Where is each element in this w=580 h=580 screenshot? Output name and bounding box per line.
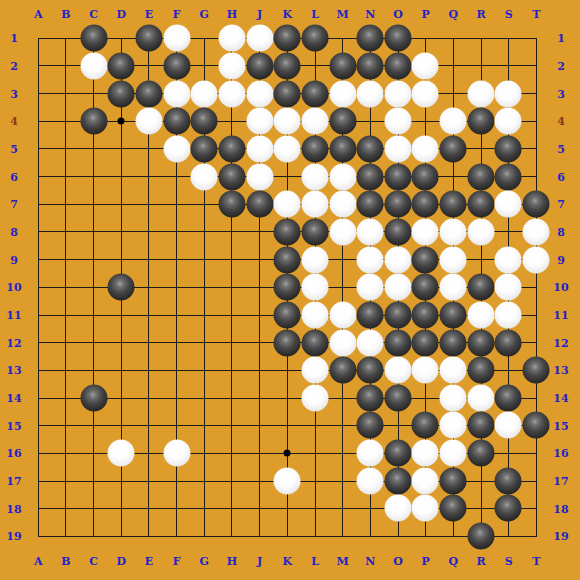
intersection-J13[interactable]	[246, 356, 274, 384]
intersection-Q8[interactable]	[439, 218, 467, 246]
intersection-H8[interactable]	[218, 218, 246, 246]
intersection-H9[interactable]	[218, 246, 246, 274]
intersection-H7[interactable]	[218, 190, 246, 218]
intersection-S12[interactable]	[495, 329, 523, 357]
intersection-O8[interactable]	[384, 218, 412, 246]
intersection-G16[interactable]	[190, 439, 218, 467]
intersection-P9[interactable]	[412, 246, 440, 274]
intersection-S13[interactable]	[495, 356, 523, 384]
intersection-N7[interactable]	[356, 190, 384, 218]
intersection-P13[interactable]	[412, 356, 440, 384]
intersection-B4[interactable]	[52, 107, 80, 135]
intersection-A9[interactable]	[24, 246, 52, 274]
intersection-B5[interactable]	[52, 135, 80, 163]
intersection-M10[interactable]	[329, 273, 357, 301]
intersection-G7[interactable]	[190, 190, 218, 218]
intersection-P2[interactable]	[412, 52, 440, 80]
intersection-R7[interactable]	[467, 190, 495, 218]
intersection-S6[interactable]	[495, 163, 523, 191]
intersection-R9[interactable]	[467, 246, 495, 274]
intersection-B2[interactable]	[52, 52, 80, 80]
intersection-C13[interactable]	[80, 356, 108, 384]
intersection-N8[interactable]	[356, 218, 384, 246]
intersection-C18[interactable]	[80, 495, 108, 523]
intersection-Q12[interactable]	[439, 329, 467, 357]
intersection-L7[interactable]	[301, 190, 329, 218]
intersection-K15[interactable]	[273, 412, 301, 440]
intersection-H3[interactable]	[218, 80, 246, 108]
intersection-M11[interactable]	[329, 301, 357, 329]
intersection-H6[interactable]	[218, 163, 246, 191]
intersection-A8[interactable]	[24, 218, 52, 246]
intersection-L9[interactable]	[301, 246, 329, 274]
intersection-K10[interactable]	[273, 273, 301, 301]
intersection-M3[interactable]	[329, 80, 357, 108]
intersection-E10[interactable]	[135, 273, 163, 301]
intersection-M19[interactable]	[329, 522, 357, 550]
intersection-J10[interactable]	[246, 273, 274, 301]
intersection-C1[interactable]	[80, 24, 108, 52]
intersection-C3[interactable]	[80, 80, 108, 108]
intersection-C4[interactable]	[80, 107, 108, 135]
intersection-A14[interactable]	[24, 384, 52, 412]
intersection-E8[interactable]	[135, 218, 163, 246]
intersection-E19[interactable]	[135, 522, 163, 550]
intersection-H4[interactable]	[218, 107, 246, 135]
intersection-R8[interactable]	[467, 218, 495, 246]
intersection-P7[interactable]	[412, 190, 440, 218]
intersection-T1[interactable]	[522, 24, 550, 52]
intersection-E3[interactable]	[135, 80, 163, 108]
intersection-H16[interactable]	[218, 439, 246, 467]
intersection-D19[interactable]	[107, 522, 135, 550]
intersection-Q4[interactable]	[439, 107, 467, 135]
intersection-T5[interactable]	[522, 135, 550, 163]
intersection-T9[interactable]	[522, 246, 550, 274]
intersection-A6[interactable]	[24, 163, 52, 191]
intersection-L19[interactable]	[301, 522, 329, 550]
intersection-N1[interactable]	[356, 24, 384, 52]
intersection-K9[interactable]	[273, 246, 301, 274]
intersection-E9[interactable]	[135, 246, 163, 274]
intersection-K17[interactable]	[273, 467, 301, 495]
intersection-E14[interactable]	[135, 384, 163, 412]
intersection-N4[interactable]	[356, 107, 384, 135]
intersection-L5[interactable]	[301, 135, 329, 163]
intersection-C12[interactable]	[80, 329, 108, 357]
intersection-L10[interactable]	[301, 273, 329, 301]
intersection-K16[interactable]	[273, 439, 301, 467]
intersection-E17[interactable]	[135, 467, 163, 495]
intersection-P12[interactable]	[412, 329, 440, 357]
intersection-O13[interactable]	[384, 356, 412, 384]
intersection-D7[interactable]	[107, 190, 135, 218]
intersection-Q9[interactable]	[439, 246, 467, 274]
intersection-K12[interactable]	[273, 329, 301, 357]
intersection-A19[interactable]	[24, 522, 52, 550]
intersection-A15[interactable]	[24, 412, 52, 440]
intersection-R16[interactable]	[467, 439, 495, 467]
intersection-O6[interactable]	[384, 163, 412, 191]
intersection-C8[interactable]	[80, 218, 108, 246]
intersection-H1[interactable]	[218, 24, 246, 52]
intersection-L12[interactable]	[301, 329, 329, 357]
intersection-R10[interactable]	[467, 273, 495, 301]
intersection-C14[interactable]	[80, 384, 108, 412]
intersection-L6[interactable]	[301, 163, 329, 191]
intersection-C9[interactable]	[80, 246, 108, 274]
intersection-Q10[interactable]	[439, 273, 467, 301]
intersection-A17[interactable]	[24, 467, 52, 495]
intersection-R1[interactable]	[467, 24, 495, 52]
intersection-Q7[interactable]	[439, 190, 467, 218]
intersection-T14[interactable]	[522, 384, 550, 412]
intersection-C19[interactable]	[80, 522, 108, 550]
intersection-G14[interactable]	[190, 384, 218, 412]
intersection-N3[interactable]	[356, 80, 384, 108]
intersection-H11[interactable]	[218, 301, 246, 329]
intersection-A2[interactable]	[24, 52, 52, 80]
intersection-L15[interactable]	[301, 412, 329, 440]
intersection-J6[interactable]	[246, 163, 274, 191]
intersection-M16[interactable]	[329, 439, 357, 467]
intersection-L17[interactable]	[301, 467, 329, 495]
intersection-D8[interactable]	[107, 218, 135, 246]
intersection-F3[interactable]	[163, 80, 191, 108]
intersection-N18[interactable]	[356, 495, 384, 523]
intersection-J17[interactable]	[246, 467, 274, 495]
intersection-R6[interactable]	[467, 163, 495, 191]
intersection-F1[interactable]	[163, 24, 191, 52]
intersection-O2[interactable]	[384, 52, 412, 80]
intersection-P5[interactable]	[412, 135, 440, 163]
intersection-K7[interactable]	[273, 190, 301, 218]
intersection-N19[interactable]	[356, 522, 384, 550]
intersection-D9[interactable]	[107, 246, 135, 274]
intersection-E6[interactable]	[135, 163, 163, 191]
intersection-P8[interactable]	[412, 218, 440, 246]
intersection-G2[interactable]	[190, 52, 218, 80]
intersection-Q5[interactable]	[439, 135, 467, 163]
intersection-P11[interactable]	[412, 301, 440, 329]
intersection-M13[interactable]	[329, 356, 357, 384]
intersection-F16[interactable]	[163, 439, 191, 467]
intersection-D14[interactable]	[107, 384, 135, 412]
intersection-T15[interactable]	[522, 412, 550, 440]
intersection-T2[interactable]	[522, 52, 550, 80]
intersection-H10[interactable]	[218, 273, 246, 301]
intersection-M14[interactable]	[329, 384, 357, 412]
intersection-S5[interactable]	[495, 135, 523, 163]
intersection-Q16[interactable]	[439, 439, 467, 467]
intersection-C16[interactable]	[80, 439, 108, 467]
intersection-A13[interactable]	[24, 356, 52, 384]
intersection-K1[interactable]	[273, 24, 301, 52]
intersection-T7[interactable]	[522, 190, 550, 218]
intersection-L1[interactable]	[301, 24, 329, 52]
intersection-L18[interactable]	[301, 495, 329, 523]
intersection-D17[interactable]	[107, 467, 135, 495]
intersection-B7[interactable]	[52, 190, 80, 218]
intersection-R17[interactable]	[467, 467, 495, 495]
intersection-F6[interactable]	[163, 163, 191, 191]
intersection-J15[interactable]	[246, 412, 274, 440]
intersection-S3[interactable]	[495, 80, 523, 108]
intersection-F12[interactable]	[163, 329, 191, 357]
intersection-F7[interactable]	[163, 190, 191, 218]
intersection-S9[interactable]	[495, 246, 523, 274]
intersection-T4[interactable]	[522, 107, 550, 135]
intersection-C11[interactable]	[80, 301, 108, 329]
intersection-T17[interactable]	[522, 467, 550, 495]
intersection-F8[interactable]	[163, 218, 191, 246]
intersection-A7[interactable]	[24, 190, 52, 218]
intersection-K11[interactable]	[273, 301, 301, 329]
intersection-B16[interactable]	[52, 439, 80, 467]
intersection-A1[interactable]	[24, 24, 52, 52]
intersection-B3[interactable]	[52, 80, 80, 108]
intersection-N17[interactable]	[356, 467, 384, 495]
intersection-M15[interactable]	[329, 412, 357, 440]
intersection-E11[interactable]	[135, 301, 163, 329]
intersection-E4[interactable]	[135, 107, 163, 135]
intersection-G5[interactable]	[190, 135, 218, 163]
intersection-P10[interactable]	[412, 273, 440, 301]
intersection-N5[interactable]	[356, 135, 384, 163]
intersection-O9[interactable]	[384, 246, 412, 274]
intersection-F18[interactable]	[163, 495, 191, 523]
intersection-L4[interactable]	[301, 107, 329, 135]
intersection-S18[interactable]	[495, 495, 523, 523]
intersection-H2[interactable]	[218, 52, 246, 80]
intersection-T10[interactable]	[522, 273, 550, 301]
intersection-K5[interactable]	[273, 135, 301, 163]
intersection-J19[interactable]	[246, 522, 274, 550]
intersection-G11[interactable]	[190, 301, 218, 329]
intersection-M2[interactable]	[329, 52, 357, 80]
intersection-P18[interactable]	[412, 495, 440, 523]
intersection-M17[interactable]	[329, 467, 357, 495]
intersection-N2[interactable]	[356, 52, 384, 80]
intersection-B6[interactable]	[52, 163, 80, 191]
intersection-K2[interactable]	[273, 52, 301, 80]
intersection-K18[interactable]	[273, 495, 301, 523]
intersection-P14[interactable]	[412, 384, 440, 412]
intersection-D11[interactable]	[107, 301, 135, 329]
intersection-T13[interactable]	[522, 356, 550, 384]
intersection-A12[interactable]	[24, 329, 52, 357]
intersection-J3[interactable]	[246, 80, 274, 108]
intersection-O16[interactable]	[384, 439, 412, 467]
intersection-F14[interactable]	[163, 384, 191, 412]
intersection-D3[interactable]	[107, 80, 135, 108]
intersection-G12[interactable]	[190, 329, 218, 357]
intersection-O19[interactable]	[384, 522, 412, 550]
intersection-G1[interactable]	[190, 24, 218, 52]
intersection-J4[interactable]	[246, 107, 274, 135]
intersection-B17[interactable]	[52, 467, 80, 495]
intersection-B1[interactable]	[52, 24, 80, 52]
intersection-O10[interactable]	[384, 273, 412, 301]
intersection-N10[interactable]	[356, 273, 384, 301]
intersection-B8[interactable]	[52, 218, 80, 246]
intersection-G8[interactable]	[190, 218, 218, 246]
intersection-G19[interactable]	[190, 522, 218, 550]
intersection-D6[interactable]	[107, 163, 135, 191]
intersection-O7[interactable]	[384, 190, 412, 218]
intersection-C15[interactable]	[80, 412, 108, 440]
intersection-C5[interactable]	[80, 135, 108, 163]
intersection-O5[interactable]	[384, 135, 412, 163]
intersection-J7[interactable]	[246, 190, 274, 218]
intersection-L16[interactable]	[301, 439, 329, 467]
intersection-F15[interactable]	[163, 412, 191, 440]
intersection-F2[interactable]	[163, 52, 191, 80]
intersection-B12[interactable]	[52, 329, 80, 357]
intersection-T18[interactable]	[522, 495, 550, 523]
intersection-S2[interactable]	[495, 52, 523, 80]
intersection-K14[interactable]	[273, 384, 301, 412]
intersection-J9[interactable]	[246, 246, 274, 274]
intersection-D12[interactable]	[107, 329, 135, 357]
intersection-M6[interactable]	[329, 163, 357, 191]
intersection-A11[interactable]	[24, 301, 52, 329]
intersection-K8[interactable]	[273, 218, 301, 246]
intersection-F11[interactable]	[163, 301, 191, 329]
intersection-K6[interactable]	[273, 163, 301, 191]
intersection-J1[interactable]	[246, 24, 274, 52]
intersection-R15[interactable]	[467, 412, 495, 440]
intersection-P19[interactable]	[412, 522, 440, 550]
intersection-M18[interactable]	[329, 495, 357, 523]
intersection-N11[interactable]	[356, 301, 384, 329]
intersection-L2[interactable]	[301, 52, 329, 80]
intersection-T6[interactable]	[522, 163, 550, 191]
intersection-G13[interactable]	[190, 356, 218, 384]
intersection-G3[interactable]	[190, 80, 218, 108]
intersection-G10[interactable]	[190, 273, 218, 301]
intersection-S7[interactable]	[495, 190, 523, 218]
intersection-J18[interactable]	[246, 495, 274, 523]
intersection-B19[interactable]	[52, 522, 80, 550]
intersection-F19[interactable]	[163, 522, 191, 550]
intersection-Q13[interactable]	[439, 356, 467, 384]
intersection-Q11[interactable]	[439, 301, 467, 329]
intersection-R4[interactable]	[467, 107, 495, 135]
intersection-D10[interactable]	[107, 273, 135, 301]
intersection-B15[interactable]	[52, 412, 80, 440]
intersection-H19[interactable]	[218, 522, 246, 550]
intersection-H17[interactable]	[218, 467, 246, 495]
intersection-B13[interactable]	[52, 356, 80, 384]
intersection-O4[interactable]	[384, 107, 412, 135]
intersection-T11[interactable]	[522, 301, 550, 329]
intersection-P16[interactable]	[412, 439, 440, 467]
intersection-R2[interactable]	[467, 52, 495, 80]
intersection-M4[interactable]	[329, 107, 357, 135]
intersection-F5[interactable]	[163, 135, 191, 163]
intersection-E16[interactable]	[135, 439, 163, 467]
intersection-C6[interactable]	[80, 163, 108, 191]
intersection-G9[interactable]	[190, 246, 218, 274]
intersection-O17[interactable]	[384, 467, 412, 495]
intersection-A3[interactable]	[24, 80, 52, 108]
intersection-P17[interactable]	[412, 467, 440, 495]
intersection-N15[interactable]	[356, 412, 384, 440]
intersection-F10[interactable]	[163, 273, 191, 301]
intersection-Q3[interactable]	[439, 80, 467, 108]
intersection-S19[interactable]	[495, 522, 523, 550]
intersection-T19[interactable]	[522, 522, 550, 550]
intersection-R5[interactable]	[467, 135, 495, 163]
intersection-H15[interactable]	[218, 412, 246, 440]
intersection-N9[interactable]	[356, 246, 384, 274]
intersection-F13[interactable]	[163, 356, 191, 384]
intersection-O14[interactable]	[384, 384, 412, 412]
intersection-E1[interactable]	[135, 24, 163, 52]
intersection-K13[interactable]	[273, 356, 301, 384]
intersection-Q2[interactable]	[439, 52, 467, 80]
intersection-F9[interactable]	[163, 246, 191, 274]
intersection-R13[interactable]	[467, 356, 495, 384]
intersection-D4[interactable]	[107, 107, 135, 135]
intersection-M5[interactable]	[329, 135, 357, 163]
intersection-P3[interactable]	[412, 80, 440, 108]
intersection-Q15[interactable]	[439, 412, 467, 440]
intersection-K19[interactable]	[273, 522, 301, 550]
intersection-H13[interactable]	[218, 356, 246, 384]
intersection-F17[interactable]	[163, 467, 191, 495]
intersection-M12[interactable]	[329, 329, 357, 357]
intersection-N6[interactable]	[356, 163, 384, 191]
intersection-M7[interactable]	[329, 190, 357, 218]
intersection-Q14[interactable]	[439, 384, 467, 412]
intersection-E5[interactable]	[135, 135, 163, 163]
intersection-A18[interactable]	[24, 495, 52, 523]
intersection-A16[interactable]	[24, 439, 52, 467]
intersection-J14[interactable]	[246, 384, 274, 412]
intersection-N13[interactable]	[356, 356, 384, 384]
intersection-M1[interactable]	[329, 24, 357, 52]
intersection-A4[interactable]	[24, 107, 52, 135]
intersection-M9[interactable]	[329, 246, 357, 274]
intersection-O15[interactable]	[384, 412, 412, 440]
intersection-H5[interactable]	[218, 135, 246, 163]
intersection-Q18[interactable]	[439, 495, 467, 523]
intersection-E18[interactable]	[135, 495, 163, 523]
intersection-E13[interactable]	[135, 356, 163, 384]
intersection-D16[interactable]	[107, 439, 135, 467]
intersection-O12[interactable]	[384, 329, 412, 357]
intersection-O18[interactable]	[384, 495, 412, 523]
intersection-D1[interactable]	[107, 24, 135, 52]
intersection-P1[interactable]	[412, 24, 440, 52]
intersection-D13[interactable]	[107, 356, 135, 384]
intersection-J12[interactable]	[246, 329, 274, 357]
intersection-F4[interactable]	[163, 107, 191, 135]
intersection-R11[interactable]	[467, 301, 495, 329]
intersection-R3[interactable]	[467, 80, 495, 108]
intersection-J8[interactable]	[246, 218, 274, 246]
intersection-T3[interactable]	[522, 80, 550, 108]
intersection-D18[interactable]	[107, 495, 135, 523]
intersection-R18[interactable]	[467, 495, 495, 523]
intersection-B14[interactable]	[52, 384, 80, 412]
intersection-K4[interactable]	[273, 107, 301, 135]
intersection-S8[interactable]	[495, 218, 523, 246]
intersection-D5[interactable]	[107, 135, 135, 163]
intersection-S10[interactable]	[495, 273, 523, 301]
